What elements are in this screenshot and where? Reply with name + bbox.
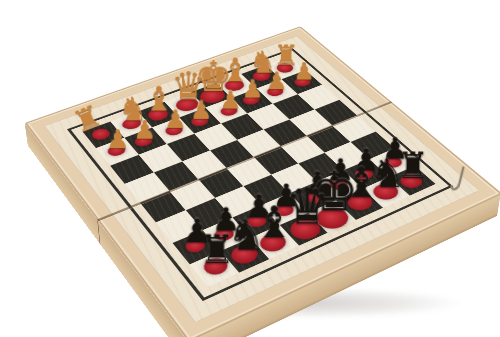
box-fold-seam-side <box>97 220 100 245</box>
perspective-stage: ♜♞♝♛♚♝♞♜♟♟♟♟♟♟♟♟♟♟♟♟♟♟♟♟♜♞♝♛♚♝♞♜ <box>0 0 500 337</box>
piece-glyph: ♟ <box>92 126 144 152</box>
scene: ♜♞♝♛♚♝♞♜♟♟♟♟♟♟♟♟♟♟♟♟♟♟♟♟♜♞♝♛♚♝♞♜ <box>0 0 500 337</box>
chess-box: ♜♞♝♛♚♝♞♜♟♟♟♟♟♟♟♟♟♟♟♟♟♟♟♟♜♞♝♛♚♝♞♜ <box>25 26 500 337</box>
piece-glyph: ♜ <box>188 229 246 268</box>
